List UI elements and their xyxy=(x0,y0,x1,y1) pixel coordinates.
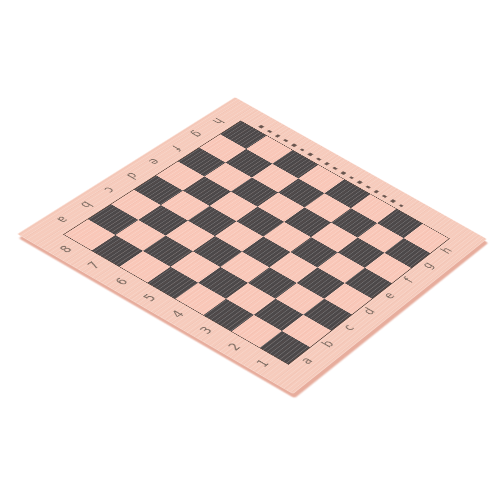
product-photo-stage: 87654321 abcdefgh abcdefgh xyxy=(0,0,500,500)
inscription-mark xyxy=(291,143,298,147)
inscription-mark xyxy=(316,157,322,161)
inscription-mark xyxy=(275,134,281,138)
inscription-mark xyxy=(399,204,404,207)
board-grid xyxy=(63,120,450,364)
inscription-mark xyxy=(258,125,265,129)
inscription-mark xyxy=(300,148,305,151)
inscription-mark xyxy=(349,176,354,179)
inscription-mark xyxy=(324,162,330,166)
inscription-mark xyxy=(267,130,273,134)
chessboard: 87654321 abcdefgh abcdefgh xyxy=(17,97,487,394)
inscription-mark xyxy=(373,190,379,194)
inscription-mark xyxy=(340,171,347,175)
inscription-mark xyxy=(365,185,371,189)
inscription-mark xyxy=(390,199,397,203)
inscription-mark xyxy=(283,139,289,143)
inscription-mark xyxy=(356,180,363,184)
inscription-mark xyxy=(307,152,314,156)
inscription-mark xyxy=(382,194,388,198)
inscription-mark xyxy=(332,167,338,171)
